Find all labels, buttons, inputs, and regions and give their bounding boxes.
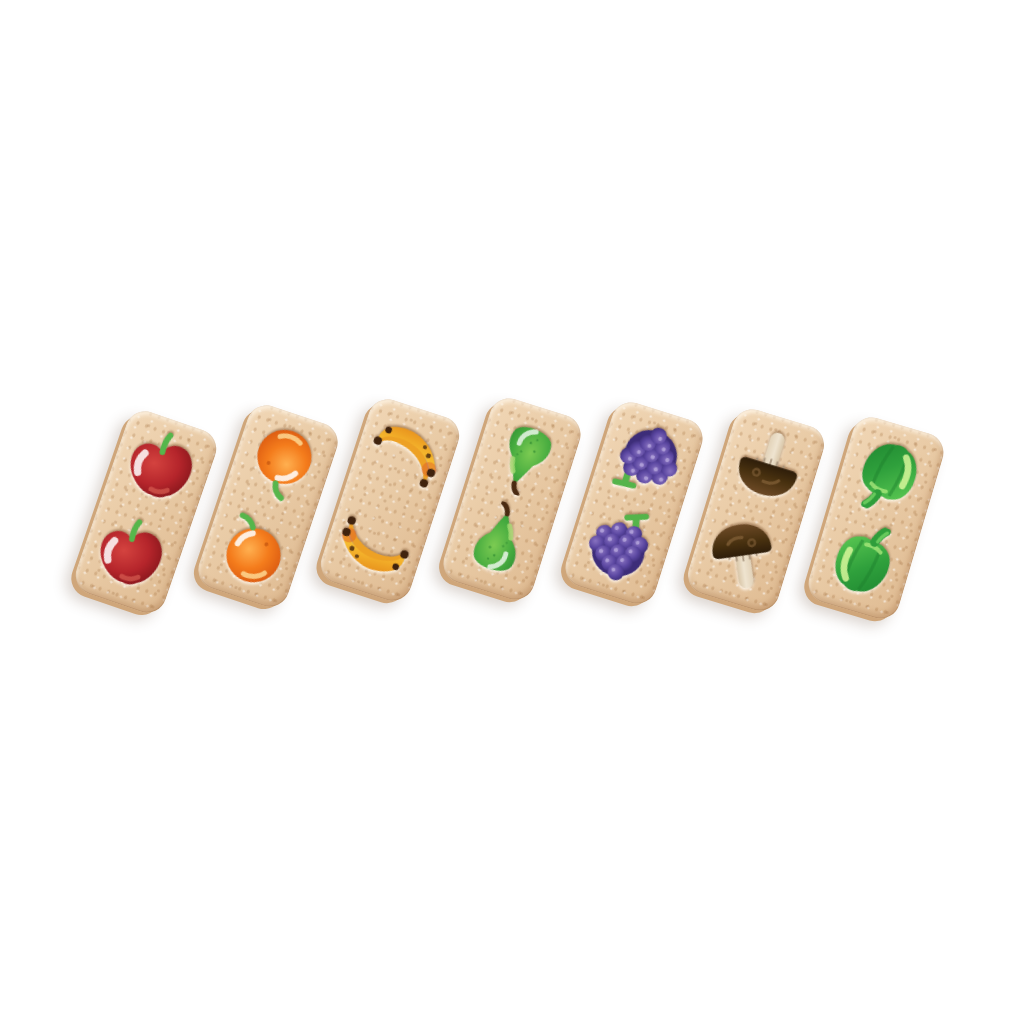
domino-tile-2-orange[interactable]	[193, 400, 343, 612]
domino-tile-1-apple[interactable]	[70, 406, 221, 618]
domino-tile-7-green-pepper[interactable]	[804, 413, 949, 624]
photo-background	[0, 0, 1020, 1020]
apple-icon	[79, 503, 183, 607]
orange-icon	[202, 498, 306, 602]
pear-icon	[447, 491, 550, 594]
green-pepper-icon	[812, 511, 914, 613]
banana-icon	[324, 492, 427, 595]
mushroom-icon	[691, 503, 793, 605]
grapes-icon	[569, 495, 672, 598]
